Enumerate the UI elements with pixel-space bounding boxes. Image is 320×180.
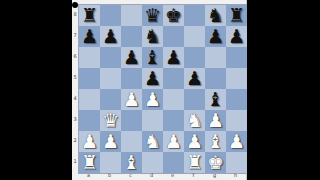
piece-black-king[interactable]: ♚ [165,5,182,26]
square-e6[interactable]: ♟ [163,47,184,68]
piece-white-pawn[interactable]: ♟ [186,131,203,152]
square-d5[interactable]: ♟ [142,68,163,89]
file-label-a: a [78,171,99,179]
piece-black-knight[interactable]: ♞ [144,26,161,47]
piece-white-pawn[interactable]: ♟ [228,131,245,152]
square-f2[interactable]: ♟ [184,131,205,152]
square-b4[interactable] [100,89,121,110]
file-label-f: f [183,171,204,179]
square-f4[interactable] [184,89,205,110]
square-g7[interactable]: ♟ [205,26,226,47]
piece-white-bishop[interactable]: ♝ [207,131,224,152]
square-f6[interactable] [184,47,205,68]
chess-board: ♜♛♚♞♜♟♟♞♟♟♟♝♟♟♟♟♟♝♛♞♟♟♟♞♟♟♝♟♜♝♜♚ [78,4,248,174]
video-frame: { "game": "chess", "position": { "fen": … [0,0,320,180]
piece-black-bishop[interactable]: ♝ [207,89,224,110]
piece-black-knight[interactable]: ♞ [207,5,224,26]
square-d7[interactable]: ♞ [142,26,163,47]
square-b6[interactable] [100,47,121,68]
square-h7[interactable]: ♟ [226,26,247,47]
square-g8[interactable]: ♞ [205,5,226,26]
piece-black-queen[interactable]: ♛ [144,5,161,26]
square-c3[interactable] [121,110,142,131]
square-b3[interactable]: ♛ [100,110,121,131]
square-e8[interactable]: ♚ [163,5,184,26]
square-a8[interactable]: ♜ [79,5,100,26]
file-label-d: d [141,171,162,179]
piece-white-rook[interactable]: ♜ [186,152,203,173]
piece-black-pawn[interactable]: ♟ [81,26,98,47]
square-h1[interactable] [226,152,247,173]
square-c2[interactable] [121,131,142,152]
piece-black-pawn[interactable]: ♟ [228,26,245,47]
square-h8[interactable]: ♜ [226,5,247,26]
file-label-h: h [225,171,246,179]
square-h6[interactable] [226,47,247,68]
file-label-g: g [204,171,225,179]
square-a4[interactable] [79,89,100,110]
square-f8[interactable] [184,5,205,26]
square-b8[interactable] [100,5,121,26]
square-a5[interactable] [79,68,100,89]
piece-black-rook[interactable]: ♜ [228,5,245,26]
square-g4[interactable]: ♝ [205,89,226,110]
square-h5[interactable] [226,68,247,89]
piece-white-knight[interactable]: ♞ [186,110,203,131]
square-b5[interactable] [100,68,121,89]
square-g1[interactable]: ♚ [205,152,226,173]
piece-white-pawn[interactable]: ♟ [123,89,140,110]
piece-white-bishop[interactable]: ♝ [123,152,140,173]
square-b2[interactable]: ♟ [100,131,121,152]
square-d3[interactable] [142,110,163,131]
square-c4[interactable]: ♟ [121,89,142,110]
square-f3[interactable]: ♞ [184,110,205,131]
square-d2[interactable]: ♞ [142,131,163,152]
piece-white-king[interactable]: ♚ [207,152,224,173]
square-c6[interactable]: ♟ [121,47,142,68]
square-f7[interactable] [184,26,205,47]
piece-black-pawn[interactable]: ♟ [207,26,224,47]
square-d1[interactable] [142,152,163,173]
square-c5[interactable] [121,68,142,89]
square-a1[interactable]: ♜ [79,152,100,173]
square-h3[interactable] [226,110,247,131]
square-c1[interactable]: ♝ [121,152,142,173]
piece-black-pawn[interactable]: ♟ [144,68,161,89]
piece-black-pawn[interactable]: ♟ [186,68,203,89]
letterbox-left [0,0,72,180]
square-b7[interactable]: ♟ [100,26,121,47]
square-f1[interactable]: ♜ [184,152,205,173]
square-d6[interactable]: ♝ [142,47,163,68]
square-e1[interactable] [163,152,184,173]
square-c7[interactable] [121,26,142,47]
letterbox-right [247,0,320,180]
square-f5[interactable]: ♟ [184,68,205,89]
square-e3[interactable] [163,110,184,131]
square-g5[interactable] [205,68,226,89]
piece-white-pawn[interactable]: ♟ [165,131,182,152]
piece-white-queen[interactable]: ♛ [102,110,119,131]
square-e2[interactable]: ♟ [163,131,184,152]
square-g2[interactable]: ♝ [205,131,226,152]
square-a2[interactable]: ♟ [79,131,100,152]
square-g6[interactable] [205,47,226,68]
square-d8[interactable]: ♛ [142,5,163,26]
piece-white-pawn[interactable]: ♟ [144,89,161,110]
piece-white-pawn[interactable]: ♟ [207,110,224,131]
square-d4[interactable]: ♟ [142,89,163,110]
file-label-c: c [120,171,141,179]
square-a3[interactable] [79,110,100,131]
piece-black-bishop[interactable]: ♝ [144,47,161,68]
piece-black-pawn[interactable]: ♟ [165,47,182,68]
piece-white-pawn[interactable]: ♟ [102,131,119,152]
piece-white-pawn[interactable]: ♟ [81,131,98,152]
square-b1[interactable] [100,152,121,173]
square-e7[interactable] [163,26,184,47]
square-c8[interactable] [121,5,142,26]
chess-board-panel: 87654321 ♜♛♚♞♜♟♟♞♟♟♟♝♟♟♟♟♟♝♛♞♟♟♟♞♟♟♝♟♜♝♜… [72,0,247,180]
square-e4[interactable] [163,89,184,110]
square-h2[interactable]: ♟ [226,131,247,152]
square-g3[interactable]: ♟ [205,110,226,131]
file-label-b: b [99,171,120,179]
square-e5[interactable] [163,68,184,89]
square-a6[interactable] [79,47,100,68]
piece-white-knight[interactable]: ♞ [144,131,161,152]
square-h4[interactable] [226,89,247,110]
piece-black-rook[interactable]: ♜ [81,5,98,26]
piece-white-rook[interactable]: ♜ [81,152,98,173]
square-a7[interactable]: ♟ [79,26,100,47]
piece-black-pawn[interactable]: ♟ [102,26,119,47]
file-label-e: e [162,171,183,179]
piece-black-pawn[interactable]: ♟ [123,47,140,68]
